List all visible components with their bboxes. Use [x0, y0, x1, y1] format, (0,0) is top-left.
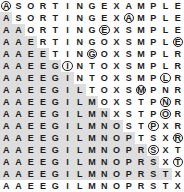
- cell-r3c14: L: [159, 24, 171, 36]
- letter: N: [99, 121, 110, 132]
- cell-r15c9: N: [98, 168, 110, 180]
- letter: I: [62, 133, 73, 144]
- letter: A: [1, 121, 12, 132]
- letter: L: [74, 85, 85, 96]
- cell-r14c12: R: [135, 156, 147, 168]
- cell-r12c4: E: [37, 132, 49, 144]
- letter: L: [74, 181, 85, 192]
- cell-r13c1: A: [0, 144, 12, 156]
- letter: G: [87, 25, 98, 36]
- cell-r8c12: M: [135, 84, 147, 96]
- cell-r13c9: N: [98, 144, 110, 156]
- cell-r2c4: R: [37, 12, 49, 24]
- cell-r5c14: L: [159, 48, 171, 60]
- letter: P: [148, 97, 159, 108]
- cell-r2c14: L: [159, 12, 171, 24]
- cell-r15c3: E: [25, 168, 37, 180]
- cell-r14c8: M: [86, 156, 98, 168]
- letter: N: [99, 133, 110, 144]
- letter: G: [50, 181, 61, 192]
- cell-r4c7: N: [74, 36, 86, 48]
- cell-r14c6: I: [61, 156, 73, 168]
- cell-r6c5: G: [49, 60, 61, 72]
- cell-r5c2: A: [12, 48, 24, 60]
- cell-r12c6: I: [61, 132, 73, 144]
- cell-r2c2: S: [12, 12, 24, 24]
- cell-r14c11: P: [123, 156, 135, 168]
- letter: T: [136, 121, 147, 132]
- letter: E: [38, 181, 49, 192]
- letter: E: [38, 61, 49, 72]
- letter: G: [50, 133, 61, 144]
- cell-r12c15: R: [172, 132, 184, 144]
- cell-r9c11: S: [123, 96, 135, 108]
- cell-r15c1: A: [0, 168, 12, 180]
- cell-r1c1: A: [0, 0, 12, 12]
- letter: N: [74, 49, 85, 60]
- letter: E: [38, 145, 49, 156]
- cell-r16c10: O: [110, 180, 122, 192]
- cell-r5c4: E: [37, 48, 49, 60]
- cell-r12c5: G: [49, 132, 61, 144]
- letter: S: [148, 157, 159, 168]
- letter: E: [25, 49, 36, 60]
- cell-r3c10: X: [110, 24, 122, 36]
- cell-r7c10: X: [110, 72, 122, 84]
- cell-r2c6: I: [61, 12, 73, 24]
- cell-r15c10: O: [110, 168, 122, 180]
- cell-r10c15: R: [172, 108, 184, 120]
- letter: E: [173, 1, 184, 12]
- letter: E: [25, 73, 36, 84]
- letter: I: [62, 181, 73, 192]
- cell-r1c11: A: [123, 0, 135, 12]
- cell-r6c7: N: [74, 60, 86, 72]
- cell-r4c4: R: [37, 36, 49, 48]
- letter: S: [124, 109, 135, 120]
- letter: O: [25, 25, 36, 36]
- circled-letter: A: [124, 13, 135, 24]
- letter: O: [111, 169, 122, 180]
- cell-r16c8: M: [86, 180, 98, 192]
- cell-r2c1: A: [0, 12, 12, 24]
- cell-r11c5: G: [49, 120, 61, 132]
- letter: A: [1, 169, 12, 180]
- letter: P: [148, 49, 159, 60]
- cell-r16c6: I: [61, 180, 73, 192]
- letter: A: [13, 49, 24, 60]
- letter: O: [99, 85, 110, 96]
- letter: E: [173, 13, 184, 24]
- cell-r1c6: I: [61, 0, 73, 12]
- cell-r7c14: L: [159, 72, 171, 84]
- cell-r1c8: G: [86, 0, 98, 12]
- letter: A: [13, 61, 24, 72]
- cell-r12c13: S: [147, 132, 159, 144]
- cell-r8c5: G: [49, 84, 61, 96]
- letter: G: [50, 169, 61, 180]
- cell-r16c4: E: [37, 180, 49, 192]
- cell-r9c13: P: [147, 96, 159, 108]
- cell-r15c6: I: [61, 168, 73, 180]
- letter: N: [99, 169, 110, 180]
- letter: N: [74, 25, 85, 36]
- cell-r11c2: A: [12, 120, 24, 132]
- cell-r8c4: E: [37, 84, 49, 96]
- cell-r16c5: G: [49, 180, 61, 192]
- letter: R: [136, 169, 147, 180]
- cell-r1c14: L: [159, 0, 171, 12]
- cell-r7c4: E: [37, 72, 49, 84]
- cell-r3c1: A: [0, 24, 12, 36]
- cell-r8c10: X: [110, 84, 122, 96]
- cell-r11c3: E: [25, 120, 37, 132]
- cell-r13c15: T: [172, 144, 184, 156]
- letter: E: [25, 61, 36, 72]
- letter: T: [160, 169, 171, 180]
- cell-r6c9: O: [98, 60, 110, 72]
- letter: E: [173, 25, 184, 36]
- letter: I: [62, 85, 73, 96]
- cell-r14c10: O: [110, 156, 122, 168]
- letter: X: [111, 37, 122, 48]
- cell-r2c13: P: [147, 12, 159, 24]
- cell-r11c15: R: [172, 120, 184, 132]
- letter: X: [111, 73, 122, 84]
- letter: O: [111, 145, 122, 156]
- letter: M: [87, 121, 98, 132]
- cell-r1c15: E: [172, 0, 184, 12]
- cell-r9c12: T: [135, 96, 147, 108]
- letter: P: [148, 73, 159, 84]
- letter: R: [173, 85, 184, 96]
- cell-r16c14: T: [159, 180, 171, 192]
- cell-r10c9: N: [98, 108, 110, 120]
- circled-letter: M: [136, 85, 147, 96]
- cell-r14c7: L: [74, 156, 86, 168]
- letter: M: [136, 25, 147, 36]
- letter: N: [160, 85, 171, 96]
- letter: R: [173, 121, 184, 132]
- cell-r8c3: E: [25, 84, 37, 96]
- cell-r14c3: E: [25, 156, 37, 168]
- letter: G: [50, 109, 61, 120]
- cell-r4c3: E: [25, 36, 37, 48]
- letter: L: [74, 121, 85, 132]
- circled-letter: P: [148, 121, 159, 132]
- cell-r3c9: E: [98, 24, 110, 36]
- cell-r16c12: R: [135, 180, 147, 192]
- cell-r3c12: M: [135, 24, 147, 36]
- cell-r1c2: S: [12, 0, 24, 12]
- cell-r12c10: O: [110, 132, 122, 144]
- cell-r3c5: T: [49, 24, 61, 36]
- cell-r6c15: R: [172, 60, 184, 72]
- letter: I: [62, 169, 73, 180]
- cell-r3c13: P: [147, 24, 159, 36]
- cell-r4c14: L: [159, 36, 171, 48]
- letter: R: [173, 109, 184, 120]
- cell-r8c2: A: [12, 84, 24, 96]
- circled-letter: G: [87, 49, 98, 60]
- cell-r15c4: E: [37, 168, 49, 180]
- letter: T: [50, 13, 61, 24]
- cell-r11c12: T: [135, 120, 147, 132]
- cell-r13c2: A: [12, 144, 24, 156]
- letter: A: [1, 85, 12, 96]
- letter: A: [13, 133, 24, 144]
- letter: X: [160, 145, 171, 156]
- cell-r1c13: P: [147, 0, 159, 12]
- cell-r14c14: X: [159, 156, 171, 168]
- letter: M: [87, 157, 98, 168]
- cell-r5c11: S: [123, 48, 135, 60]
- cell-r13c8: M: [86, 144, 98, 156]
- circled-letter: O: [160, 109, 171, 120]
- cell-r9c14: N: [159, 96, 171, 108]
- letter: M: [87, 133, 98, 144]
- cell-r8c9: O: [98, 84, 110, 96]
- letter: N: [74, 1, 85, 12]
- letter: E: [25, 169, 36, 180]
- letter: G: [50, 61, 61, 72]
- circled-letter: A: [1, 1, 12, 12]
- letter: E: [38, 97, 49, 108]
- cell-r9c1: A: [0, 96, 12, 108]
- letter: P: [124, 157, 135, 168]
- cell-r14c5: G: [49, 156, 61, 168]
- cell-r10c14: O: [159, 108, 171, 120]
- letter: X: [111, 61, 122, 72]
- letter: E: [38, 169, 49, 180]
- cell-r3c4: R: [37, 24, 49, 36]
- cell-r10c1: A: [0, 108, 12, 120]
- cell-r16c13: S: [147, 180, 159, 192]
- cell-r4c6: I: [61, 36, 73, 48]
- cell-r6c2: A: [12, 60, 24, 72]
- letter: R: [136, 181, 147, 192]
- sort-trace-grid: ASORTINGEXAMPLEASORTINGEXAMPLEAAORTINGEX…: [0, 0, 184, 192]
- cell-r15c7: L: [74, 168, 86, 180]
- cell-r2c8: G: [86, 12, 98, 24]
- letter: R: [173, 73, 184, 84]
- letter: G: [50, 97, 61, 108]
- letter: E: [25, 85, 36, 96]
- letter: E: [25, 145, 36, 156]
- letter: A: [1, 181, 12, 192]
- cell-r8c7: L: [74, 84, 86, 96]
- letter: T: [50, 37, 61, 48]
- letter: E: [38, 121, 49, 132]
- cell-r3c11: S: [123, 24, 135, 36]
- cell-r6c14: L: [159, 60, 171, 72]
- cell-r10c3: E: [25, 108, 37, 120]
- letter: T: [50, 25, 61, 36]
- cell-r6c6: I: [61, 60, 73, 72]
- cell-r12c11: P: [123, 132, 135, 144]
- letter: O: [99, 37, 110, 48]
- circled-letter: N: [160, 97, 171, 108]
- letter: O: [99, 73, 110, 84]
- circled-letter: E: [173, 37, 184, 48]
- cell-r6c12: M: [135, 60, 147, 72]
- cell-r6c3: E: [25, 60, 37, 72]
- letter: N: [74, 37, 85, 48]
- cell-r8c11: S: [123, 84, 135, 96]
- cell-r9c15: R: [172, 96, 184, 108]
- letter: X: [111, 1, 122, 12]
- cell-r2c15: E: [172, 12, 184, 24]
- cell-r9c8: M: [86, 96, 98, 108]
- letter: L: [160, 1, 171, 12]
- cell-r14c1: A: [0, 156, 12, 168]
- cell-r7c2: A: [12, 72, 24, 84]
- cell-r11c4: E: [37, 120, 49, 132]
- letter: S: [124, 85, 135, 96]
- letter: A: [13, 25, 24, 36]
- letter: X: [160, 133, 171, 144]
- cell-r8c8: T: [86, 84, 98, 96]
- cell-r12c12: T: [135, 132, 147, 144]
- letter: L: [74, 97, 85, 108]
- letter: P: [148, 13, 159, 24]
- letter: X: [111, 49, 122, 60]
- cell-r10c7: L: [74, 108, 86, 120]
- letter: T: [173, 145, 184, 156]
- letter: E: [25, 121, 36, 132]
- letter: G: [50, 157, 61, 168]
- cell-r12c8: M: [86, 132, 98, 144]
- letter: A: [1, 61, 12, 72]
- letter: I: [62, 73, 73, 84]
- letter: X: [111, 25, 122, 36]
- cell-r9c7: L: [74, 96, 86, 108]
- letter: R: [38, 37, 49, 48]
- cell-r5c13: P: [147, 48, 159, 60]
- letter: M: [136, 73, 147, 84]
- letter: T: [136, 97, 147, 108]
- letter: S: [124, 37, 135, 48]
- letter: N: [99, 181, 110, 192]
- cell-r1c9: E: [98, 0, 110, 12]
- circled-letter: S: [148, 145, 159, 156]
- cell-r6c1: A: [0, 60, 12, 72]
- circled-letter: I: [62, 61, 73, 72]
- letter: I: [62, 121, 73, 132]
- circled-letter: E: [99, 25, 110, 36]
- letter: N: [99, 157, 110, 168]
- cell-r2c10: X: [110, 12, 122, 24]
- cell-r14c2: A: [12, 156, 24, 168]
- letter: N: [74, 61, 85, 72]
- letter: M: [87, 145, 98, 156]
- letter: G: [50, 121, 61, 132]
- letter: A: [13, 181, 24, 192]
- cell-r13c6: I: [61, 144, 73, 156]
- letter: S: [148, 169, 159, 180]
- letter: I: [62, 13, 73, 24]
- cell-r11c8: M: [86, 120, 98, 132]
- cell-r13c13: S: [147, 144, 159, 156]
- cell-r7c1: A: [0, 72, 12, 84]
- cell-r9c3: E: [25, 96, 37, 108]
- letter: A: [1, 73, 12, 84]
- cell-r8c13: P: [147, 84, 159, 96]
- cell-r5c7: N: [74, 48, 86, 60]
- cell-r13c14: X: [159, 144, 171, 156]
- cell-r11c11: S: [123, 120, 135, 132]
- letter: O: [25, 1, 36, 12]
- cell-r4c5: T: [49, 36, 61, 48]
- letter: E: [38, 133, 49, 144]
- cell-r13c7: L: [74, 144, 86, 156]
- cell-r16c2: A: [12, 180, 24, 192]
- cell-r6c4: E: [37, 60, 49, 72]
- letter: P: [124, 133, 135, 144]
- cell-r5c12: M: [135, 48, 147, 60]
- cell-r10c12: T: [135, 108, 147, 120]
- letter: S: [13, 13, 24, 24]
- letter: I: [62, 1, 73, 12]
- letter: A: [1, 37, 12, 48]
- letter: S: [124, 121, 135, 132]
- letter: M: [136, 1, 147, 12]
- cell-r1c7: N: [74, 0, 86, 12]
- cell-r11c10: O: [110, 120, 122, 132]
- cell-r2c9: E: [98, 12, 110, 24]
- cell-r5c3: E: [25, 48, 37, 60]
- cell-r14c13: S: [147, 156, 159, 168]
- cell-r11c14: X: [159, 120, 171, 132]
- cell-r16c7: L: [74, 180, 86, 192]
- cell-r2c3: O: [25, 12, 37, 24]
- circled-letter: T: [173, 157, 184, 168]
- cell-r1c10: X: [110, 0, 122, 12]
- letter: A: [1, 49, 12, 60]
- letter: A: [13, 157, 24, 168]
- cell-r14c4: E: [37, 156, 49, 168]
- letter: L: [74, 157, 85, 168]
- cell-r15c13: S: [147, 168, 159, 180]
- letter: L: [160, 49, 171, 60]
- cell-r15c2: A: [12, 168, 24, 180]
- letter: E: [99, 1, 110, 12]
- letter: X: [173, 169, 184, 180]
- letter: T: [160, 181, 171, 192]
- letter: I: [62, 25, 73, 36]
- cell-r16c1: A: [0, 180, 12, 192]
- letter: L: [74, 109, 85, 120]
- cell-r11c13: P: [147, 120, 159, 132]
- cell-r4c10: X: [110, 36, 122, 48]
- letter: N: [99, 109, 110, 120]
- cell-r11c6: I: [61, 120, 73, 132]
- letter: M: [87, 109, 98, 120]
- letter: P: [148, 109, 159, 120]
- cell-r9c10: X: [110, 96, 122, 108]
- letter: S: [148, 133, 159, 144]
- cell-r3c3: O: [25, 24, 37, 36]
- circled-letter: R: [173, 133, 184, 144]
- cell-r4c13: P: [147, 36, 159, 48]
- letter: M: [87, 169, 98, 180]
- cell-r10c6: I: [61, 108, 73, 120]
- cell-r16c3: E: [25, 180, 37, 192]
- cell-r3c6: I: [61, 24, 73, 36]
- cell-r7c13: P: [147, 72, 159, 84]
- letter: O: [111, 181, 122, 192]
- cell-r7c7: N: [74, 72, 86, 84]
